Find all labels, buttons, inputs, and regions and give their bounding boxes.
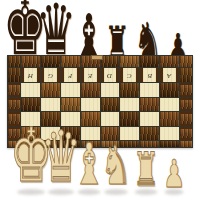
board-square: [81, 98, 100, 112]
rank-label-right-1: 1: [180, 83, 192, 97]
board-edge-cell: [61, 56, 80, 67]
board-edge-cell: [180, 141, 192, 147]
board-edge-cell: [180, 56, 192, 67]
file-label-f: F: [61, 68, 80, 82]
board-edge-cell: [120, 56, 139, 67]
board-edge-cell: [160, 141, 179, 147]
file-label-a: A: [160, 68, 179, 82]
board-square: [41, 83, 60, 97]
board-square: [140, 83, 159, 97]
board-square: [61, 83, 80, 97]
board-square: [81, 83, 100, 97]
board-edge-cell: [160, 56, 179, 67]
board-square: [140, 127, 159, 141]
board-square: [160, 112, 179, 126]
file-label-d: D: [101, 68, 120, 82]
board-square: [21, 98, 40, 112]
file-label-c: C: [120, 68, 139, 82]
light-rook-piece: ♜: [133, 147, 159, 193]
board-square: [101, 98, 120, 112]
rank-label-left-2: 2: [8, 98, 20, 112]
board-edge-cell: [41, 56, 60, 67]
board-edge-cell: [21, 56, 40, 67]
board-square: [160, 98, 179, 112]
board-square: [81, 112, 100, 126]
file-label-g: G: [41, 68, 60, 82]
board-edge-cell: [140, 56, 159, 67]
rank-label-right-4: 4: [180, 127, 192, 141]
board-square: [160, 83, 179, 97]
board-edge-cell: [8, 56, 20, 67]
light-pawn-piece: ♟: [163, 155, 185, 193]
light-knight-piece: ♞: [101, 139, 132, 193]
board-square: [41, 98, 60, 112]
board-square: [21, 83, 40, 97]
board-square: [120, 112, 139, 126]
rank-label-right-3: 3: [180, 112, 192, 126]
file-label-e: E: [81, 68, 100, 82]
board-edge-cell: [101, 56, 120, 67]
rank-label-right-2: 2: [180, 98, 192, 112]
board-square: [160, 127, 179, 141]
board-square: [140, 112, 159, 126]
board-square: [101, 112, 120, 126]
file-label-h: H: [21, 68, 40, 82]
board-square: [140, 98, 159, 112]
board-square: [120, 83, 139, 97]
board-corner-cell: [8, 68, 20, 82]
file-label-b: B: [140, 68, 159, 82]
board-square: [120, 98, 139, 112]
board-square: [61, 98, 80, 112]
rank-label-left-1: 1: [8, 83, 20, 97]
box-clasp: [91, 55, 103, 60]
board-corner-cell: [180, 68, 192, 82]
chess-set-photo: ♚ ♛ ♝ ♜ ♞ ♟ H G F E D C B A 1: [0, 0, 200, 200]
board-square: [101, 83, 120, 97]
